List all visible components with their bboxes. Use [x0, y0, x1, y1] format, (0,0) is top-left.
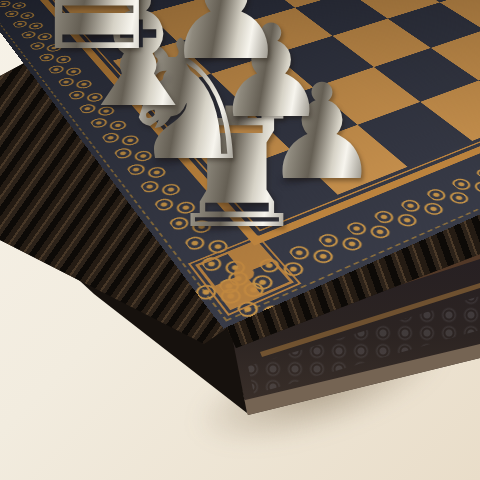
ground-shadow	[119, 266, 480, 480]
chess-set-photo: ♜♞♝♛♟♟♟	[0, 0, 480, 480]
piece-white-pawn-c2[interactable]: ♟	[156, 0, 296, 80]
